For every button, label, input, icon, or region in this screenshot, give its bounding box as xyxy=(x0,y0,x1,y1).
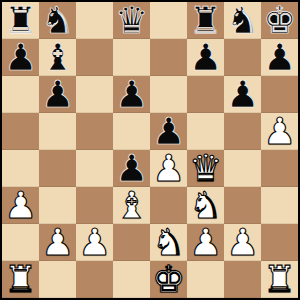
square-e7[interactable] xyxy=(150,39,187,76)
piece-white-pawn[interactable]: ♟ xyxy=(263,113,296,150)
piece-white-bishop[interactable]: ♝ xyxy=(115,187,148,224)
piece-black-pawn[interactable]: ♟ xyxy=(152,113,185,150)
piece-white-knight[interactable]: ♞ xyxy=(152,224,185,261)
square-a2[interactable] xyxy=(2,224,39,261)
square-e6[interactable] xyxy=(150,76,187,113)
square-a4[interactable] xyxy=(2,150,39,187)
square-f6[interactable] xyxy=(187,76,224,113)
square-g8[interactable]: ♞ xyxy=(224,2,261,39)
piece-white-pawn[interactable]: ♟ xyxy=(41,224,74,261)
piece-black-queen[interactable]: ♛ xyxy=(115,2,148,39)
piece-black-pawn[interactable]: ♟ xyxy=(226,76,259,113)
piece-white-pawn[interactable]: ♟ xyxy=(152,150,185,187)
square-b8[interactable]: ♞ xyxy=(39,2,76,39)
square-a8[interactable]: ♜ xyxy=(2,2,39,39)
square-e2[interactable]: ♞ xyxy=(150,224,187,261)
piece-white-pawn[interactable]: ♟ xyxy=(189,224,222,261)
square-a6[interactable] xyxy=(2,76,39,113)
square-d6[interactable]: ♟ xyxy=(113,76,150,113)
piece-white-pawn[interactable]: ♟ xyxy=(78,224,111,261)
piece-black-knight[interactable]: ♞ xyxy=(226,2,259,39)
piece-black-pawn[interactable]: ♟ xyxy=(115,150,148,187)
piece-white-king[interactable]: ♚ xyxy=(152,261,185,298)
square-b4[interactable] xyxy=(39,150,76,187)
piece-black-king[interactable]: ♚ xyxy=(263,2,296,39)
piece-black-rook[interactable]: ♜ xyxy=(189,2,222,39)
square-b3[interactable] xyxy=(39,187,76,224)
square-c8[interactable] xyxy=(76,2,113,39)
piece-black-pawn[interactable]: ♟ xyxy=(263,39,296,76)
square-g6[interactable]: ♟ xyxy=(224,76,261,113)
square-h8[interactable]: ♚ xyxy=(261,2,298,39)
chess-board: ♜♞♛♜♞♚♟♝♟♟♟♟♟♟♟♟♟♛♟♝♞♟♟♞♟♟♜♚♜ xyxy=(0,0,300,300)
square-g1[interactable] xyxy=(224,261,261,298)
square-e8[interactable] xyxy=(150,2,187,39)
square-d5[interactable] xyxy=(113,113,150,150)
square-e5[interactable]: ♟ xyxy=(150,113,187,150)
square-c3[interactable] xyxy=(76,187,113,224)
square-c4[interactable] xyxy=(76,150,113,187)
square-d3[interactable]: ♝ xyxy=(113,187,150,224)
square-c6[interactable] xyxy=(76,76,113,113)
piece-white-rook[interactable]: ♜ xyxy=(263,261,296,298)
square-f5[interactable] xyxy=(187,113,224,150)
piece-white-pawn[interactable]: ♟ xyxy=(226,224,259,261)
piece-black-bishop[interactable]: ♝ xyxy=(41,39,74,76)
square-a7[interactable]: ♟ xyxy=(2,39,39,76)
square-f7[interactable]: ♟ xyxy=(187,39,224,76)
square-c1[interactable] xyxy=(76,261,113,298)
square-g5[interactable] xyxy=(224,113,261,150)
square-f1[interactable] xyxy=(187,261,224,298)
square-a5[interactable] xyxy=(2,113,39,150)
square-g3[interactable] xyxy=(224,187,261,224)
piece-black-pawn[interactable]: ♟ xyxy=(115,76,148,113)
piece-black-pawn[interactable]: ♟ xyxy=(41,76,74,113)
piece-white-pawn[interactable]: ♟ xyxy=(4,187,37,224)
square-h7[interactable]: ♟ xyxy=(261,39,298,76)
square-h1[interactable]: ♜ xyxy=(261,261,298,298)
square-f8[interactable]: ♜ xyxy=(187,2,224,39)
square-d1[interactable] xyxy=(113,261,150,298)
square-d8[interactable]: ♛ xyxy=(113,2,150,39)
square-f3[interactable]: ♞ xyxy=(187,187,224,224)
square-a1[interactable]: ♜ xyxy=(2,261,39,298)
square-c5[interactable] xyxy=(76,113,113,150)
square-a3[interactable]: ♟ xyxy=(2,187,39,224)
square-e4[interactable]: ♟ xyxy=(150,150,187,187)
square-g2[interactable]: ♟ xyxy=(224,224,261,261)
square-h3[interactable] xyxy=(261,187,298,224)
square-c7[interactable] xyxy=(76,39,113,76)
square-b2[interactable]: ♟ xyxy=(39,224,76,261)
piece-white-rook[interactable]: ♜ xyxy=(4,261,37,298)
square-h4[interactable] xyxy=(261,150,298,187)
piece-black-pawn[interactable]: ♟ xyxy=(4,39,37,76)
piece-black-knight[interactable]: ♞ xyxy=(41,2,74,39)
square-e3[interactable] xyxy=(150,187,187,224)
square-h6[interactable] xyxy=(261,76,298,113)
square-b1[interactable] xyxy=(39,261,76,298)
square-f4[interactable]: ♛ xyxy=(187,150,224,187)
square-g7[interactable] xyxy=(224,39,261,76)
square-b6[interactable]: ♟ xyxy=(39,76,76,113)
square-h2[interactable] xyxy=(261,224,298,261)
square-d2[interactable] xyxy=(113,224,150,261)
square-f2[interactable]: ♟ xyxy=(187,224,224,261)
piece-black-pawn[interactable]: ♟ xyxy=(189,39,222,76)
square-h5[interactable]: ♟ xyxy=(261,113,298,150)
square-g4[interactable] xyxy=(224,150,261,187)
square-b5[interactable] xyxy=(39,113,76,150)
piece-white-knight[interactable]: ♞ xyxy=(189,187,222,224)
square-d7[interactable] xyxy=(113,39,150,76)
square-c2[interactable]: ♟ xyxy=(76,224,113,261)
piece-white-queen[interactable]: ♛ xyxy=(189,150,222,187)
piece-black-rook[interactable]: ♜ xyxy=(4,2,37,39)
square-d4[interactable]: ♟ xyxy=(113,150,150,187)
square-b7[interactable]: ♝ xyxy=(39,39,76,76)
square-e1[interactable]: ♚ xyxy=(150,261,187,298)
